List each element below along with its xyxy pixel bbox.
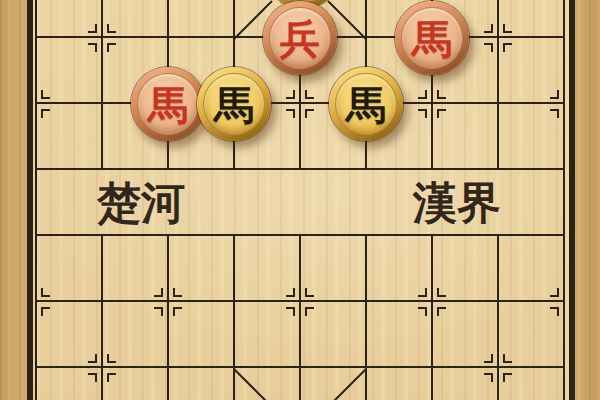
piece-character: 兵 [270, 8, 330, 69]
point-marker [484, 354, 493, 363]
point-marker [107, 373, 116, 382]
point-marker [484, 24, 493, 33]
grid-cell [301, 368, 367, 400]
point-marker [305, 109, 314, 118]
point-marker [418, 90, 427, 99]
board-frame-right [569, 0, 575, 400]
point-marker [503, 354, 512, 363]
point-marker [484, 43, 493, 52]
piece-black-horse-d4[interactable]: 馬 [197, 67, 271, 141]
point-marker [437, 307, 446, 316]
point-marker [437, 109, 446, 118]
point-marker [286, 288, 295, 297]
piece-character: 馬 [402, 8, 462, 69]
point-marker [154, 307, 163, 316]
point-marker [107, 43, 116, 52]
point-marker [437, 90, 446, 99]
point-marker [88, 24, 97, 33]
grid-cell [37, 170, 103, 236]
point-marker [484, 373, 493, 382]
xiangqi-board[interactable]: 楚河 漢界 兵馬馬馬馬 [0, 0, 600, 400]
piece-red-horse-c4[interactable]: 馬 [131, 67, 205, 141]
point-marker [418, 288, 427, 297]
piece-face: 馬 [203, 73, 265, 135]
piece-red-soldier-e3[interactable]: 兵 [263, 1, 337, 75]
point-marker [550, 288, 559, 297]
point-marker [88, 43, 97, 52]
grid-cell [235, 368, 301, 400]
point-marker [503, 373, 512, 382]
point-marker [305, 90, 314, 99]
grid-cell [499, 170, 565, 236]
river-label-chu-river: 楚河 [97, 178, 185, 228]
point-marker [154, 288, 163, 297]
river-label-han-border: 漢界 [413, 178, 501, 228]
point-marker [107, 354, 116, 363]
piece-face: 兵 [269, 7, 331, 69]
piece-face: 馬 [335, 73, 397, 135]
point-marker [503, 24, 512, 33]
point-marker [286, 90, 295, 99]
point-marker [418, 307, 427, 316]
point-marker [173, 288, 182, 297]
point-marker [305, 288, 314, 297]
piece-character: 馬 [336, 74, 396, 135]
piece-black-horse-f4[interactable]: 馬 [329, 67, 403, 141]
grid-cell [169, 368, 235, 400]
point-marker [88, 373, 97, 382]
point-marker [41, 90, 50, 99]
piece-character: 馬 [138, 74, 198, 135]
board-frame-left [27, 0, 33, 400]
grid-cell [235, 170, 301, 236]
point-marker [88, 354, 97, 363]
point-marker [550, 307, 559, 316]
point-marker [173, 307, 182, 316]
grid-cell [301, 170, 367, 236]
point-marker [107, 24, 116, 33]
point-marker [503, 43, 512, 52]
piece-red-horse-g3[interactable]: 馬 [395, 1, 469, 75]
piece-character: 馬 [204, 74, 264, 135]
grid-cell [169, 0, 235, 38]
point-marker [550, 109, 559, 118]
piece-face: 馬 [137, 73, 199, 135]
point-marker [41, 307, 50, 316]
point-marker [41, 288, 50, 297]
point-marker [286, 307, 295, 316]
point-marker [550, 90, 559, 99]
point-marker [418, 109, 427, 118]
point-marker [437, 288, 446, 297]
grid-cell [367, 368, 433, 400]
point-marker [41, 109, 50, 118]
piece-face: 馬 [401, 7, 463, 69]
point-marker [286, 109, 295, 118]
point-marker [305, 307, 314, 316]
